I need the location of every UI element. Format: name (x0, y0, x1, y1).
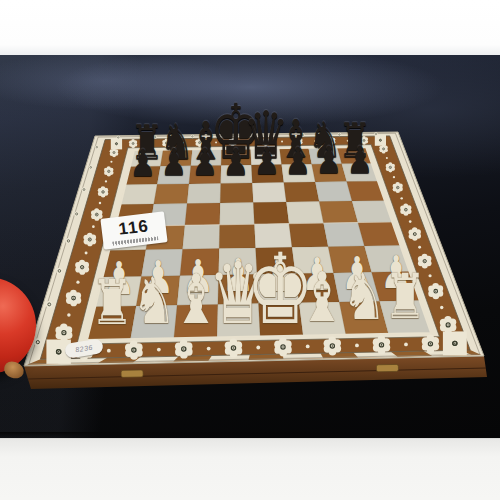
square-f1 (299, 302, 346, 336)
square-a8 (130, 150, 163, 167)
square-d7 (221, 165, 253, 183)
square-e4 (254, 224, 292, 248)
square-b1 (131, 305, 178, 339)
square-c2 (177, 275, 219, 305)
square-g8 (308, 147, 341, 164)
square-e7 (251, 165, 283, 183)
square-d4 (219, 224, 255, 248)
square-b7 (157, 166, 191, 185)
square-e6 (252, 183, 286, 203)
square-f8 (280, 148, 312, 165)
square-e1 (259, 303, 304, 337)
square-f3 (292, 247, 334, 274)
square-f4 (289, 223, 328, 247)
square-b3 (141, 249, 182, 276)
square-d5 (220, 203, 255, 225)
chess-board (0, 0, 500, 500)
square-g6 (315, 182, 352, 202)
auction-photo: ♜♞♝♚♛♝♞♜♟♟♟♟♟♟♟♟♟♟♟♟♟♟♟♟♜♞♝♛♚♝♞♜ 116 823… (0, 0, 500, 500)
square-a6 (121, 184, 158, 204)
square-f2 (295, 273, 339, 303)
square-g3 (328, 246, 371, 273)
square-c8 (191, 149, 222, 166)
square-e3 (256, 247, 296, 274)
square-c7 (189, 165, 221, 184)
square-b6 (154, 184, 189, 204)
square-f6 (284, 182, 319, 202)
lot-number-text: 116 (117, 216, 150, 240)
square-c1 (174, 304, 218, 338)
square-c4 (183, 225, 220, 250)
square-g7 (312, 164, 347, 182)
square-g4 (324, 223, 365, 247)
square-b2 (136, 276, 180, 306)
square-b8 (160, 149, 192, 166)
square-c5 (185, 203, 220, 225)
square-d2 (218, 274, 259, 304)
square-f5 (286, 202, 323, 224)
square-g5 (319, 201, 358, 223)
square-d8 (221, 149, 251, 166)
square-d1 (217, 304, 260, 338)
square-c6 (187, 183, 221, 203)
square-e5 (253, 202, 289, 224)
square-e2 (257, 274, 299, 304)
square-d6 (220, 183, 253, 203)
square-f7 (282, 164, 316, 182)
square-d3 (219, 248, 257, 275)
square-a7 (125, 166, 160, 185)
square-c3 (180, 249, 219, 276)
square-e8 (251, 148, 282, 165)
